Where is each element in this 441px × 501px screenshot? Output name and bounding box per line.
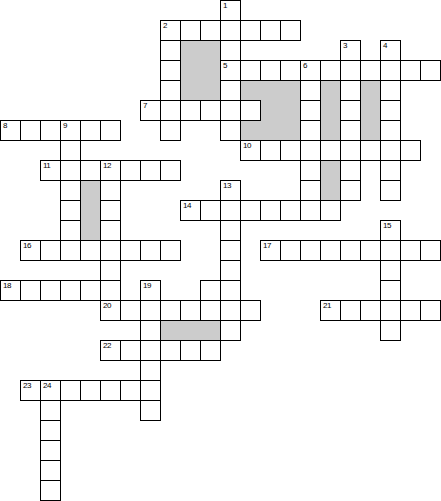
grid-cell[interactable]: 1 [220, 0, 241, 21]
grid-cell[interactable] [40, 280, 61, 301]
grid-cell[interactable]: 12 [100, 160, 121, 181]
grid-cell[interactable] [220, 200, 241, 221]
grid-cell[interactable]: 7 [140, 100, 161, 121]
grid-cell[interactable] [240, 20, 261, 41]
grid-cell[interactable] [140, 160, 161, 181]
grid-cell[interactable] [380, 160, 401, 181]
grid-cell[interactable] [160, 100, 181, 121]
grid-cell[interactable] [160, 40, 181, 61]
grid-cell[interactable] [20, 120, 41, 141]
clue-number: 15 [383, 222, 391, 230]
grid-cell[interactable] [380, 60, 401, 81]
grid-cell[interactable] [420, 60, 441, 81]
grid-cell[interactable] [300, 100, 321, 121]
grid-cell[interactable] [220, 300, 241, 321]
grid-cell[interactable] [200, 280, 221, 301]
grid-cell[interactable] [40, 480, 61, 501]
clue-number: 24 [43, 382, 51, 390]
clue-number: 14 [183, 202, 191, 210]
grid-cell[interactable] [100, 120, 121, 141]
grid-cell[interactable] [160, 120, 181, 141]
grid-cell[interactable] [300, 180, 321, 201]
clue-number: 13 [223, 182, 231, 190]
clue-number: 8 [3, 122, 7, 130]
grid-cell[interactable] [380, 280, 401, 301]
grid-cell[interactable] [40, 120, 61, 141]
grid-cell[interactable] [40, 440, 61, 461]
grid-cell[interactable] [400, 60, 421, 81]
grid-cell[interactable] [220, 320, 241, 341]
clue-number: 20 [103, 302, 111, 310]
grid-cell[interactable] [380, 320, 401, 341]
clue-number: 1 [223, 2, 227, 10]
grid-cell[interactable] [200, 20, 221, 41]
grid-cell[interactable] [100, 280, 121, 301]
grid-cell[interactable] [320, 140, 341, 161]
grid-cell[interactable] [320, 240, 341, 261]
grid-cell[interactable] [280, 20, 301, 41]
clue-number: 9 [63, 122, 67, 130]
grid-cell[interactable] [340, 240, 361, 261]
grid-cell[interactable] [180, 300, 201, 321]
clue-number: 17 [263, 242, 271, 250]
grid-cell[interactable]: 6 [300, 60, 321, 81]
grid-cell[interactable] [360, 240, 381, 261]
grid-cell[interactable] [80, 280, 101, 301]
grid-cell[interactable] [180, 100, 201, 121]
grid-cell[interactable] [340, 180, 361, 201]
grid-cell[interactable]: 15 [380, 220, 401, 241]
grid-cell[interactable] [40, 460, 61, 481]
shaded-region [360, 80, 381, 141]
grid-cell[interactable] [320, 60, 341, 81]
grid-cell[interactable] [100, 180, 121, 201]
clue-number: 5 [223, 62, 227, 70]
grid-cell[interactable]: 22 [100, 340, 121, 361]
grid-cell[interactable] [140, 320, 161, 341]
grid-cell[interactable] [140, 400, 161, 421]
grid-cell[interactable] [20, 280, 41, 301]
grid-cell[interactable] [60, 240, 81, 261]
grid-cell[interactable]: 17 [260, 240, 281, 261]
shaded-region [180, 40, 221, 101]
grid-cell[interactable] [220, 80, 241, 101]
clue-number: 2 [163, 22, 167, 30]
grid-cell[interactable] [340, 120, 361, 141]
grid-cell[interactable] [360, 60, 381, 81]
grid-cell[interactable] [380, 180, 401, 201]
grid-cell[interactable] [60, 280, 81, 301]
grid-cell[interactable] [140, 380, 161, 401]
grid-cell[interactable] [380, 120, 401, 141]
grid-cell[interactable] [300, 200, 321, 221]
grid-cell[interactable] [100, 200, 121, 221]
grid-cell[interactable] [160, 80, 181, 101]
grid-cell[interactable] [420, 240, 441, 261]
grid-cell[interactable] [260, 60, 281, 81]
grid-cell[interactable]: 14 [180, 200, 201, 221]
grid-cell[interactable]: 24 [40, 380, 61, 401]
grid-cell[interactable] [300, 120, 321, 141]
grid-cell[interactable] [160, 340, 181, 361]
grid-cell[interactable] [40, 420, 61, 441]
grid-cell[interactable]: 21 [320, 300, 341, 321]
grid-cell[interactable] [80, 160, 101, 181]
grid-cell[interactable] [380, 80, 401, 101]
grid-cell[interactable] [280, 240, 301, 261]
grid-cell[interactable] [120, 160, 141, 181]
grid-cell[interactable] [120, 240, 141, 261]
clue-number: 10 [243, 142, 251, 150]
grid-cell[interactable]: 16 [20, 240, 41, 261]
grid-cell[interactable] [80, 380, 101, 401]
grid-cell[interactable] [140, 360, 161, 381]
clue-number: 16 [23, 242, 31, 250]
clue-number: 3 [343, 42, 347, 50]
shaded-region [320, 160, 341, 201]
grid-cell[interactable] [60, 200, 81, 221]
grid-cell[interactable] [400, 140, 421, 161]
grid-cell[interactable] [160, 300, 181, 321]
clue-number: 11 [43, 162, 50, 170]
grid-cell[interactable] [220, 40, 241, 61]
grid-cell[interactable] [100, 240, 121, 261]
grid-cell[interactable] [380, 260, 401, 281]
grid-cell[interactable] [360, 140, 381, 161]
grid-cell[interactable] [100, 220, 121, 241]
grid-cell[interactable] [120, 380, 141, 401]
grid-cell[interactable] [200, 100, 221, 121]
grid-cell[interactable]: 5 [220, 60, 241, 81]
clue-number: 12 [103, 162, 111, 170]
shaded-region [80, 180, 101, 241]
grid-cell[interactable] [220, 240, 241, 261]
grid-cell[interactable] [280, 60, 301, 81]
grid-cell[interactable] [380, 240, 401, 261]
grid-cell[interactable] [280, 140, 301, 161]
grid-cell[interactable] [160, 160, 181, 181]
grid-cell[interactable] [100, 260, 121, 281]
grid-cell[interactable]: 10 [240, 140, 261, 161]
grid-cell[interactable] [120, 300, 141, 321]
grid-cell[interactable] [300, 80, 321, 101]
grid-cell[interactable] [240, 300, 261, 321]
grid-cell[interactable] [220, 120, 241, 141]
grid-cell[interactable] [200, 340, 221, 361]
grid-cell[interactable] [120, 340, 141, 361]
grid-cell[interactable] [340, 80, 361, 101]
grid-cell[interactable] [200, 200, 221, 221]
grid-cell[interactable] [80, 240, 101, 261]
grid-cell[interactable]: 8 [0, 120, 21, 141]
grid-cell[interactable] [80, 120, 101, 141]
grid-cell[interactable] [100, 380, 121, 401]
grid-cell[interactable] [60, 220, 81, 241]
grid-cell[interactable] [340, 160, 361, 181]
grid-cell[interactable] [360, 300, 381, 321]
grid-cell[interactable] [300, 160, 321, 181]
grid-cell[interactable]: 2 [160, 20, 181, 41]
grid-cell[interactable]: 20 [100, 300, 121, 321]
grid-cell[interactable] [340, 140, 361, 161]
grid-cell[interactable] [260, 140, 281, 161]
grid-cell[interactable]: 4 [380, 40, 401, 61]
grid-cell[interactable] [220, 280, 241, 301]
clue-number: 7 [143, 102, 147, 110]
grid-cell[interactable] [240, 200, 261, 221]
grid-cell[interactable] [400, 300, 421, 321]
grid-cell[interactable] [400, 240, 421, 261]
grid-cell[interactable] [220, 100, 241, 121]
grid-cell[interactable] [380, 140, 401, 161]
clue-number: 18 [3, 282, 11, 290]
grid-cell[interactable] [140, 300, 161, 321]
grid-cell[interactable] [180, 20, 201, 41]
grid-cell[interactable] [220, 20, 241, 41]
grid-cell[interactable] [220, 260, 241, 281]
crossword-grid: 123456789101112131415161718192021222324 [0, 0, 441, 501]
grid-cell[interactable] [240, 100, 261, 121]
grid-cell[interactable]: 19 [140, 280, 161, 301]
grid-cell[interactable]: 3 [340, 40, 361, 61]
grid-cell[interactable] [140, 340, 161, 361]
grid-cell[interactable] [40, 400, 61, 421]
grid-cell[interactable] [220, 220, 241, 241]
grid-cell[interactable] [40, 240, 61, 261]
clue-number: 21 [323, 302, 331, 310]
grid-cell[interactable]: 18 [0, 280, 21, 301]
grid-cell[interactable] [320, 200, 341, 221]
grid-cell[interactable] [300, 140, 321, 161]
grid-cell[interactable] [340, 300, 361, 321]
clue-number: 23 [23, 382, 31, 390]
shaded-region [160, 320, 221, 341]
grid-cell[interactable]: 13 [220, 180, 241, 201]
grid-cell[interactable] [340, 100, 361, 121]
clue-number: 19 [143, 282, 151, 290]
grid-cell[interactable]: 9 [60, 120, 81, 141]
grid-cell[interactable] [200, 300, 221, 321]
grid-cell[interactable] [60, 180, 81, 201]
grid-cell[interactable] [160, 60, 181, 81]
clue-number: 6 [303, 62, 307, 70]
grid-cell[interactable] [60, 160, 81, 181]
grid-cell[interactable] [300, 240, 321, 261]
grid-cell[interactable] [380, 300, 401, 321]
grid-cell[interactable] [60, 380, 81, 401]
grid-cell[interactable] [180, 340, 201, 361]
grid-cell[interactable] [160, 240, 181, 261]
grid-cell[interactable]: 11 [40, 160, 61, 181]
grid-cell[interactable] [340, 60, 361, 81]
clue-number: 4 [383, 42, 387, 50]
grid-cell[interactable] [280, 200, 301, 221]
shaded-region [320, 80, 341, 141]
grid-cell[interactable] [140, 240, 161, 261]
grid-cell[interactable] [420, 300, 441, 321]
grid-cell[interactable] [380, 100, 401, 121]
grid-cell[interactable] [60, 140, 81, 161]
clue-number: 22 [103, 342, 111, 350]
grid-cell[interactable] [260, 20, 281, 41]
grid-cell[interactable] [260, 200, 281, 221]
grid-cell[interactable] [240, 60, 261, 81]
grid-cell[interactable]: 23 [20, 380, 41, 401]
